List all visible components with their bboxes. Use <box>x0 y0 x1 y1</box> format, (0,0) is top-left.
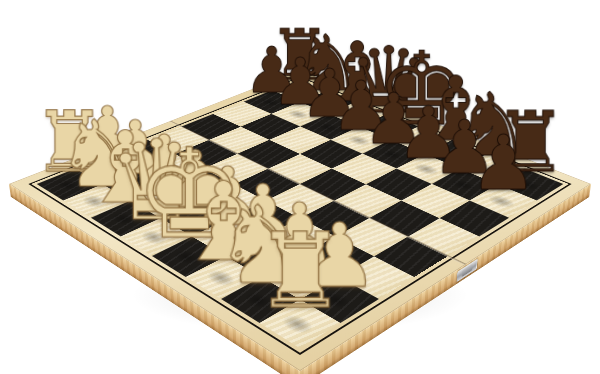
piece-shadow <box>277 82 320 100</box>
piece-black-pawn-a7[interactable]: ♟ <box>234 38 309 101</box>
square-h7[interactable]: ♟ <box>469 184 537 218</box>
square-a7[interactable]: ♟ <box>244 90 300 114</box>
square-e7[interactable]: ♟ <box>362 140 424 169</box>
piece-shadow <box>276 105 321 124</box>
square-c7[interactable]: ♟ <box>300 114 359 140</box>
piece-shadow <box>305 117 351 137</box>
piece-shadow <box>335 130 383 151</box>
squares-grid: ♜♞♝♛♚♝♞♜♟♟♟♟♟♟♟♟♟♟♟♟♟♟♟♟♜♞♝♛♚♝♞♜ <box>37 79 564 348</box>
piece-black-knight-b8[interactable]: ♞ <box>283 25 374 102</box>
piece-shadow <box>364 117 411 137</box>
square-d8[interactable]: ♛ <box>359 114 418 140</box>
piece-black-rook-a8[interactable]: ♜ <box>259 20 342 90</box>
piece-shadow <box>333 105 379 124</box>
square-f7[interactable]: ♟ <box>396 154 460 184</box>
square-c6[interactable] <box>270 126 331 153</box>
piece-black-pawn-h7[interactable]: ♟ <box>458 125 548 201</box>
square-a8[interactable]: ♜ <box>272 79 327 101</box>
piece-shadow <box>248 93 292 111</box>
piece-black-pawn-b7[interactable]: ♟ <box>262 49 338 114</box>
piece-shadow <box>401 158 452 182</box>
playing-area-border: ♜♞♝♛♚♝♞♜♟♟♟♟♟♟♟♟♟♟♟♟♟♟♟♟♜♞♝♛♚♝♞♜ <box>28 77 571 355</box>
square-e6[interactable] <box>332 154 396 184</box>
board-top-surface: ♜♞♝♛♚♝♞♜♟♟♟♟♟♟♟♟♟♟♟♟♟♟♟♟♜♞♝♛♚♝♞♜ <box>9 70 591 371</box>
piece-black-pawn-c7[interactable]: ♟ <box>290 60 368 126</box>
chess-set-photo: ♜♞♝♛♚♝♞♜♟♟♟♟♟♟♟♟♟♟♟♟♟♟♟♟♜♞♝♛♚♝♞♜ <box>0 0 600 374</box>
piece-white-rook-h1[interactable]: ♜ <box>239 219 362 323</box>
chess-board: ♜♞♝♛♚♝♞♜♟♟♟♟♟♟♟♟♟♟♟♟♟♟♟♟♜♞♝♛♚♝♞♜ <box>9 70 591 371</box>
square-b8[interactable]: ♞ <box>300 90 356 114</box>
square-d7[interactable]: ♟ <box>330 126 391 153</box>
square-b7[interactable]: ♟ <box>271 102 329 127</box>
piece-shadow <box>304 93 348 111</box>
piece-black-bishop-c8[interactable]: ♝ <box>309 31 406 113</box>
piece-black-pawn-d7[interactable]: ♟ <box>321 72 401 140</box>
piece-shadow <box>367 144 416 166</box>
square-c8[interactable]: ♝ <box>329 102 387 127</box>
square-d6[interactable] <box>300 140 362 169</box>
square-h1[interactable]: ♜ <box>259 299 341 348</box>
perspective-scene: ♜♞♝♛♚♝♞♜♟♟♟♟♟♟♟♟♟♟♟♟♟♟♟♟♜♞♝♛♚♝♞♜ <box>0 0 600 374</box>
